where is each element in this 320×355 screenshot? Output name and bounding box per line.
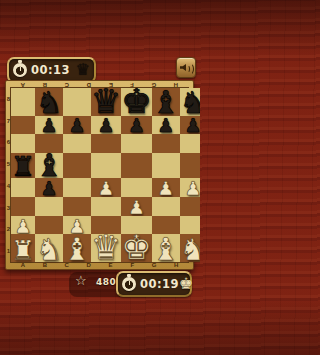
white-pawn[interactable]: ♟ (185, 181, 201, 196)
square-e3[interactable]: ♟ (121, 197, 151, 216)
square-a1[interactable]: ♜ (11, 234, 35, 262)
square-b7[interactable]: ♟ (35, 116, 63, 135)
square-a4[interactable] (11, 178, 35, 197)
square-g1[interactable]: ♞ (180, 234, 200, 262)
square-e5[interactable] (121, 153, 151, 178)
black-bishop[interactable]: ♝ (152, 90, 180, 114)
black-timer-value: 00:13 (31, 63, 70, 77)
white-knight[interactable]: ♞ (36, 238, 63, 261)
square-g7[interactable]: ♟ (180, 116, 200, 135)
square-f8[interactable]: ♝ (152, 88, 180, 116)
star-icon: ☆ (75, 274, 87, 287)
sound-button[interactable] (176, 57, 196, 78)
square-c8[interactable] (63, 88, 91, 116)
black-pawn[interactable]: ♟ (68, 118, 85, 133)
square-e4[interactable] (121, 178, 151, 197)
black-knight[interactable]: ♞ (36, 91, 63, 114)
black-pawn[interactable]: ♟ (128, 118, 145, 133)
square-c5[interactable] (63, 153, 91, 178)
square-d7[interactable]: ♟ (91, 116, 121, 135)
square-e1[interactable]: ♚ (121, 234, 151, 262)
square-a5[interactable]: ♜ (11, 153, 35, 178)
square-f1[interactable]: ♝ (152, 234, 180, 262)
black-pawn[interactable]: ♟ (185, 118, 201, 133)
stopwatch-icon (122, 277, 136, 291)
black-pawn[interactable]: ♟ (41, 118, 58, 133)
white-bishop[interactable]: ♝ (63, 237, 91, 261)
square-a7[interactable] (11, 116, 35, 135)
white-rook[interactable]: ♜ (11, 240, 35, 261)
square-e8[interactable]: ♚ (121, 88, 151, 116)
square-d3[interactable] (91, 197, 121, 216)
white-queen[interactable]: ♛ (91, 234, 121, 261)
white-bishop[interactable]: ♝ (152, 237, 180, 261)
white-pawn[interactable]: ♟ (157, 181, 174, 196)
square-b1[interactable]: ♞ (35, 234, 63, 262)
square-e7[interactable]: ♟ (121, 116, 151, 135)
chess-board[interactable]: ABCDEFGH ABCDEFGH 87654321 87654321 ♞♛♚♝… (5, 80, 194, 270)
square-f3[interactable] (152, 197, 180, 216)
black-rook[interactable]: ♜ (11, 156, 35, 177)
white-king[interactable]: ♚ (121, 234, 151, 261)
square-d4[interactable]: ♟ (91, 178, 121, 197)
square-d5[interactable] (91, 153, 121, 178)
square-c6[interactable] (63, 134, 91, 153)
square-f4[interactable]: ♟ (152, 178, 180, 197)
square-c4[interactable] (63, 178, 91, 197)
black-pawn[interactable]: ♟ (98, 118, 115, 133)
black-pawn[interactable]: ♟ (157, 118, 174, 133)
square-b8[interactable]: ♞ (35, 88, 63, 116)
square-d1[interactable]: ♛ (91, 234, 121, 262)
square-f7[interactable]: ♟ (152, 116, 180, 135)
white-pawn[interactable]: ♟ (15, 219, 32, 234)
square-d8[interactable]: ♛ (91, 88, 121, 116)
black-queen-icon: ♛ (76, 62, 90, 78)
square-d6[interactable] (91, 134, 121, 153)
black-pawn[interactable]: ♟ (41, 181, 58, 196)
square-a8[interactable] (11, 88, 35, 116)
white-pawn[interactable]: ♟ (128, 200, 145, 215)
square-c7[interactable]: ♟ (63, 116, 91, 135)
white-timer: 00:19 ♚ (116, 271, 192, 297)
black-bishop[interactable]: ♝ (35, 153, 63, 177)
square-b4[interactable]: ♟ (35, 178, 63, 197)
square-g5[interactable] (180, 153, 200, 178)
square-b5[interactable]: ♝ (35, 153, 63, 178)
white-king-icon: ♚ (179, 276, 193, 292)
white-pawn[interactable]: ♟ (98, 181, 115, 196)
square-f5[interactable] (152, 153, 180, 178)
black-queen[interactable]: ♛ (91, 88, 121, 115)
black-knight[interactable]: ♞ (180, 91, 200, 114)
stopwatch-icon (13, 63, 27, 77)
square-g4[interactable]: ♟ (180, 178, 200, 197)
black-king[interactable]: ♚ (121, 88, 151, 115)
square-b3[interactable] (35, 197, 63, 216)
white-timer-value: 00:19 (140, 277, 179, 291)
square-c3[interactable] (63, 197, 91, 216)
square-a3[interactable] (11, 197, 35, 216)
white-knight[interactable]: ♞ (180, 238, 200, 261)
square-f6[interactable] (152, 134, 180, 153)
square-g8[interactable]: ♞ (180, 88, 200, 116)
square-a2[interactable]: ♟ (11, 216, 35, 235)
square-c1[interactable]: ♝ (63, 234, 91, 262)
square-e6[interactable] (121, 134, 151, 153)
square-g6[interactable] (180, 134, 200, 153)
square-g3[interactable] (180, 197, 200, 216)
board-grid[interactable]: ♞♛♚♝♞♜♟♟♟♟♟♟♟♜♝♟♟♟♟♟♟♟♟♜♞♝♛♚♝♞♜ (11, 88, 188, 262)
